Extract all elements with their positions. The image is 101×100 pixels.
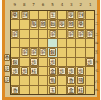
board-cell[interactable]: 歩 (48, 58, 56, 66)
shogi-piece-black[interactable]: 歩 (21, 67, 28, 75)
board-cell[interactable]: 歩 (67, 30, 75, 38)
board-cell[interactable] (67, 58, 75, 66)
board-cell[interactable] (39, 86, 47, 94)
shogi-board[interactable]: 香桂玉金桂角銀飛金銀香歩歩歩歩歩歩歩歩銀銀歩歩歩歩歩桂金歩歩歩角香飛香玉金桂 (10, 10, 95, 95)
shogi-piece-black[interactable]: 金 (49, 67, 56, 75)
board-cell[interactable]: 飛 (76, 76, 84, 84)
board-cell[interactable]: 歩 (20, 67, 28, 75)
board-cell[interactable] (11, 39, 19, 47)
board-cell[interactable]: 香 (67, 76, 75, 84)
rank-label: 二 (95, 19, 99, 28)
shogi-piece-black[interactable]: 銀 (49, 48, 56, 56)
file-label: 8 (19, 2, 28, 8)
board-cell[interactable]: 桂 (30, 67, 38, 75)
board-cell[interactable] (20, 76, 28, 84)
board-cell[interactable] (67, 48, 75, 56)
board-cell[interactable] (86, 11, 94, 19)
board-cell[interactable] (86, 20, 94, 28)
board-cell[interactable] (86, 39, 94, 47)
file-label: 9 (10, 2, 19, 8)
board-cell[interactable] (11, 76, 19, 84)
shogi-piece-black[interactable]: 歩 (77, 67, 84, 75)
board-cell[interactable] (20, 58, 28, 66)
board-cell[interactable]: 桂 (76, 11, 84, 19)
shogi-piece-black[interactable]: 歩 (67, 67, 74, 75)
board-cell[interactable] (30, 76, 38, 84)
board-cell[interactable] (58, 11, 66, 19)
board-cell[interactable]: 飛 (48, 20, 56, 28)
board-cell[interactable] (39, 11, 47, 19)
shogi-piece-black[interactable]: 香 (67, 76, 74, 84)
board-cell[interactable] (58, 76, 66, 84)
board-cell[interactable]: 歩 (11, 30, 19, 38)
shogi-piece-white[interactable]: 歩 (21, 48, 28, 56)
board-cell[interactable]: 歩 (11, 67, 19, 75)
shogi-piece-white[interactable]: 桂 (21, 11, 28, 19)
shogi-piece-white[interactable]: 歩 (67, 30, 74, 38)
shogi-piece-white[interactable]: 銀 (67, 20, 74, 28)
board-cell[interactable]: 金 (67, 86, 75, 94)
shogi-piece-white[interactable]: 玉 (49, 11, 56, 19)
board-cell[interactable] (58, 39, 66, 47)
file-label: 1 (86, 2, 95, 8)
board-cell[interactable] (39, 67, 47, 75)
board-cell[interactable] (20, 30, 28, 38)
shogi-piece-white[interactable]: 銀 (39, 20, 46, 28)
shogi-piece-white[interactable]: 歩 (39, 48, 46, 56)
shogi-piece-white[interactable]: 飛 (49, 20, 56, 28)
board-cell[interactable]: 香 (11, 86, 19, 94)
board-cell[interactable]: 玉 (48, 11, 56, 19)
shogi-piece-black[interactable]: 桂 (77, 86, 84, 94)
shogi-piece-black[interactable]: 角 (49, 76, 56, 84)
board-cell[interactable]: 歩 (67, 67, 75, 75)
board-cell[interactable] (11, 20, 19, 28)
rank-label: 七 (95, 67, 99, 76)
board-cell[interactable]: 歩 (58, 67, 66, 75)
shogi-piece-black[interactable]: 香 (11, 86, 18, 94)
rank-label: 八 (95, 76, 99, 85)
board-cell[interactable] (76, 48, 84, 56)
shogi-piece-black[interactable]: 銀 (11, 58, 18, 66)
board-cell[interactable] (30, 86, 38, 94)
shogi-piece-white[interactable]: 金 (67, 11, 74, 19)
board-cell[interactable] (58, 30, 66, 38)
shogi-piece-black[interactable]: 歩 (49, 58, 56, 66)
rank-label: 一 (95, 10, 99, 19)
board-cell[interactable]: 桂 (76, 86, 84, 94)
board-cell[interactable]: 歩 (30, 48, 38, 56)
board-cell[interactable] (58, 58, 66, 66)
shogi-piece-black[interactable]: 歩 (86, 58, 93, 66)
captured-piece[interactable]: 歩 (4, 76, 10, 83)
board-cell[interactable] (30, 11, 38, 19)
file-coordinate-labels: 987654321 (10, 2, 95, 8)
file-label: 5 (48, 2, 57, 8)
shogi-piece-black[interactable]: 飛 (77, 76, 84, 84)
shogi-piece-white[interactable]: 歩 (86, 30, 93, 38)
board-cell[interactable]: 銀 (39, 20, 47, 28)
shogi-piece-white[interactable]: 香 (77, 20, 84, 28)
shogi-app-screen: 987654321 一二三四五六七八九 香桂玉金桂角銀飛金銀香歩歩歩歩歩歩歩歩銀… (0, 0, 100, 100)
rank-coordinate-labels: 一二三四五六七八九 (95, 10, 99, 95)
board-cell[interactable] (39, 76, 47, 84)
shogi-piece-white[interactable]: 角 (30, 20, 37, 28)
board-cell[interactable]: 香 (11, 11, 19, 19)
board-cell[interactable]: 歩 (76, 30, 84, 38)
shogi-piece-white[interactable]: 桂 (77, 11, 84, 19)
board-cell[interactable] (11, 48, 19, 56)
board-cell[interactable] (39, 58, 47, 66)
board-cell[interactable]: 歩 (76, 67, 84, 75)
shogi-piece-white[interactable]: 歩 (11, 30, 18, 38)
file-label: 4 (57, 2, 66, 8)
board-cell[interactable] (39, 30, 47, 38)
file-label: 6 (38, 2, 47, 8)
board-cell[interactable] (20, 39, 28, 47)
board-cell[interactable] (86, 76, 94, 84)
board-cell[interactable] (20, 86, 28, 94)
shogi-piece-white[interactable]: 歩 (30, 48, 37, 56)
shogi-piece-white[interactable]: 歩 (49, 30, 56, 38)
board-cell[interactable]: 銀 (67, 20, 75, 28)
rank-label: 九 (95, 86, 99, 95)
captured-piece-stand[interactable]: 香歩歩 (4, 54, 10, 94)
shogi-piece-white[interactable]: 香 (11, 11, 18, 19)
board-cell[interactable]: 歩 (86, 58, 94, 66)
board-cell[interactable] (39, 39, 47, 47)
file-label: 3 (67, 2, 76, 8)
captured-piece[interactable]: 歩 (4, 65, 10, 72)
board-cell[interactable] (30, 39, 38, 47)
rank-label: 六 (95, 57, 99, 66)
board-cell[interactable]: 歩 (48, 30, 56, 38)
board-cell[interactable]: 玉 (48, 86, 56, 94)
rank-label: 三 (95, 29, 99, 38)
shogi-piece-black[interactable]: 桂 (30, 67, 37, 75)
board-cell[interactable] (58, 48, 66, 56)
board-cell[interactable]: 金 (67, 11, 75, 19)
board-cell[interactable] (30, 30, 38, 38)
rank-label: 五 (95, 48, 99, 57)
board-cell[interactable]: 角 (48, 76, 56, 84)
board-cell[interactable]: 歩 (39, 48, 47, 56)
board-cell[interactable]: 香 (76, 20, 84, 28)
shogi-piece-white[interactable]: 金 (58, 20, 65, 28)
board-cell[interactable] (58, 86, 66, 94)
board-cell[interactable]: 金 (48, 67, 56, 75)
board-cell[interactable]: 角 (30, 20, 38, 28)
rank-label: 四 (95, 38, 99, 47)
shogi-piece-black[interactable]: 玉 (49, 86, 56, 94)
shogi-piece-black[interactable]: 歩 (11, 67, 18, 75)
board-cell[interactable] (86, 86, 94, 94)
file-label: 7 (29, 2, 38, 8)
captured-piece[interactable]: 香 (4, 54, 10, 61)
board-cell[interactable] (76, 58, 84, 66)
board-cell[interactable] (86, 67, 94, 75)
board-cell[interactable]: 歩 (30, 58, 38, 66)
shogi-piece-white[interactable]: 歩 (77, 30, 84, 38)
board-cell[interactable]: 金 (58, 20, 66, 28)
board-cell[interactable] (76, 39, 84, 47)
file-label: 2 (76, 2, 85, 8)
board-cell-lastmove[interactable]: 銀 (48, 48, 56, 56)
board-cell[interactable]: 歩 (86, 30, 94, 38)
shogi-piece-black[interactable]: 歩 (30, 58, 37, 66)
shogi-piece-black[interactable]: 歩 (58, 67, 65, 75)
shogi-piece-black[interactable]: 金 (67, 86, 74, 94)
board-cell[interactable]: 桂 (20, 11, 28, 19)
board-cell[interactable] (20, 20, 28, 28)
board-cell[interactable]: 銀 (11, 58, 19, 66)
table-background-bottom (2, 97, 101, 100)
board-cell[interactable] (67, 39, 75, 47)
board-cell[interactable]: 歩 (20, 48, 28, 56)
board-cell[interactable] (86, 48, 94, 56)
board-cell-lastmove[interactable] (48, 39, 56, 47)
